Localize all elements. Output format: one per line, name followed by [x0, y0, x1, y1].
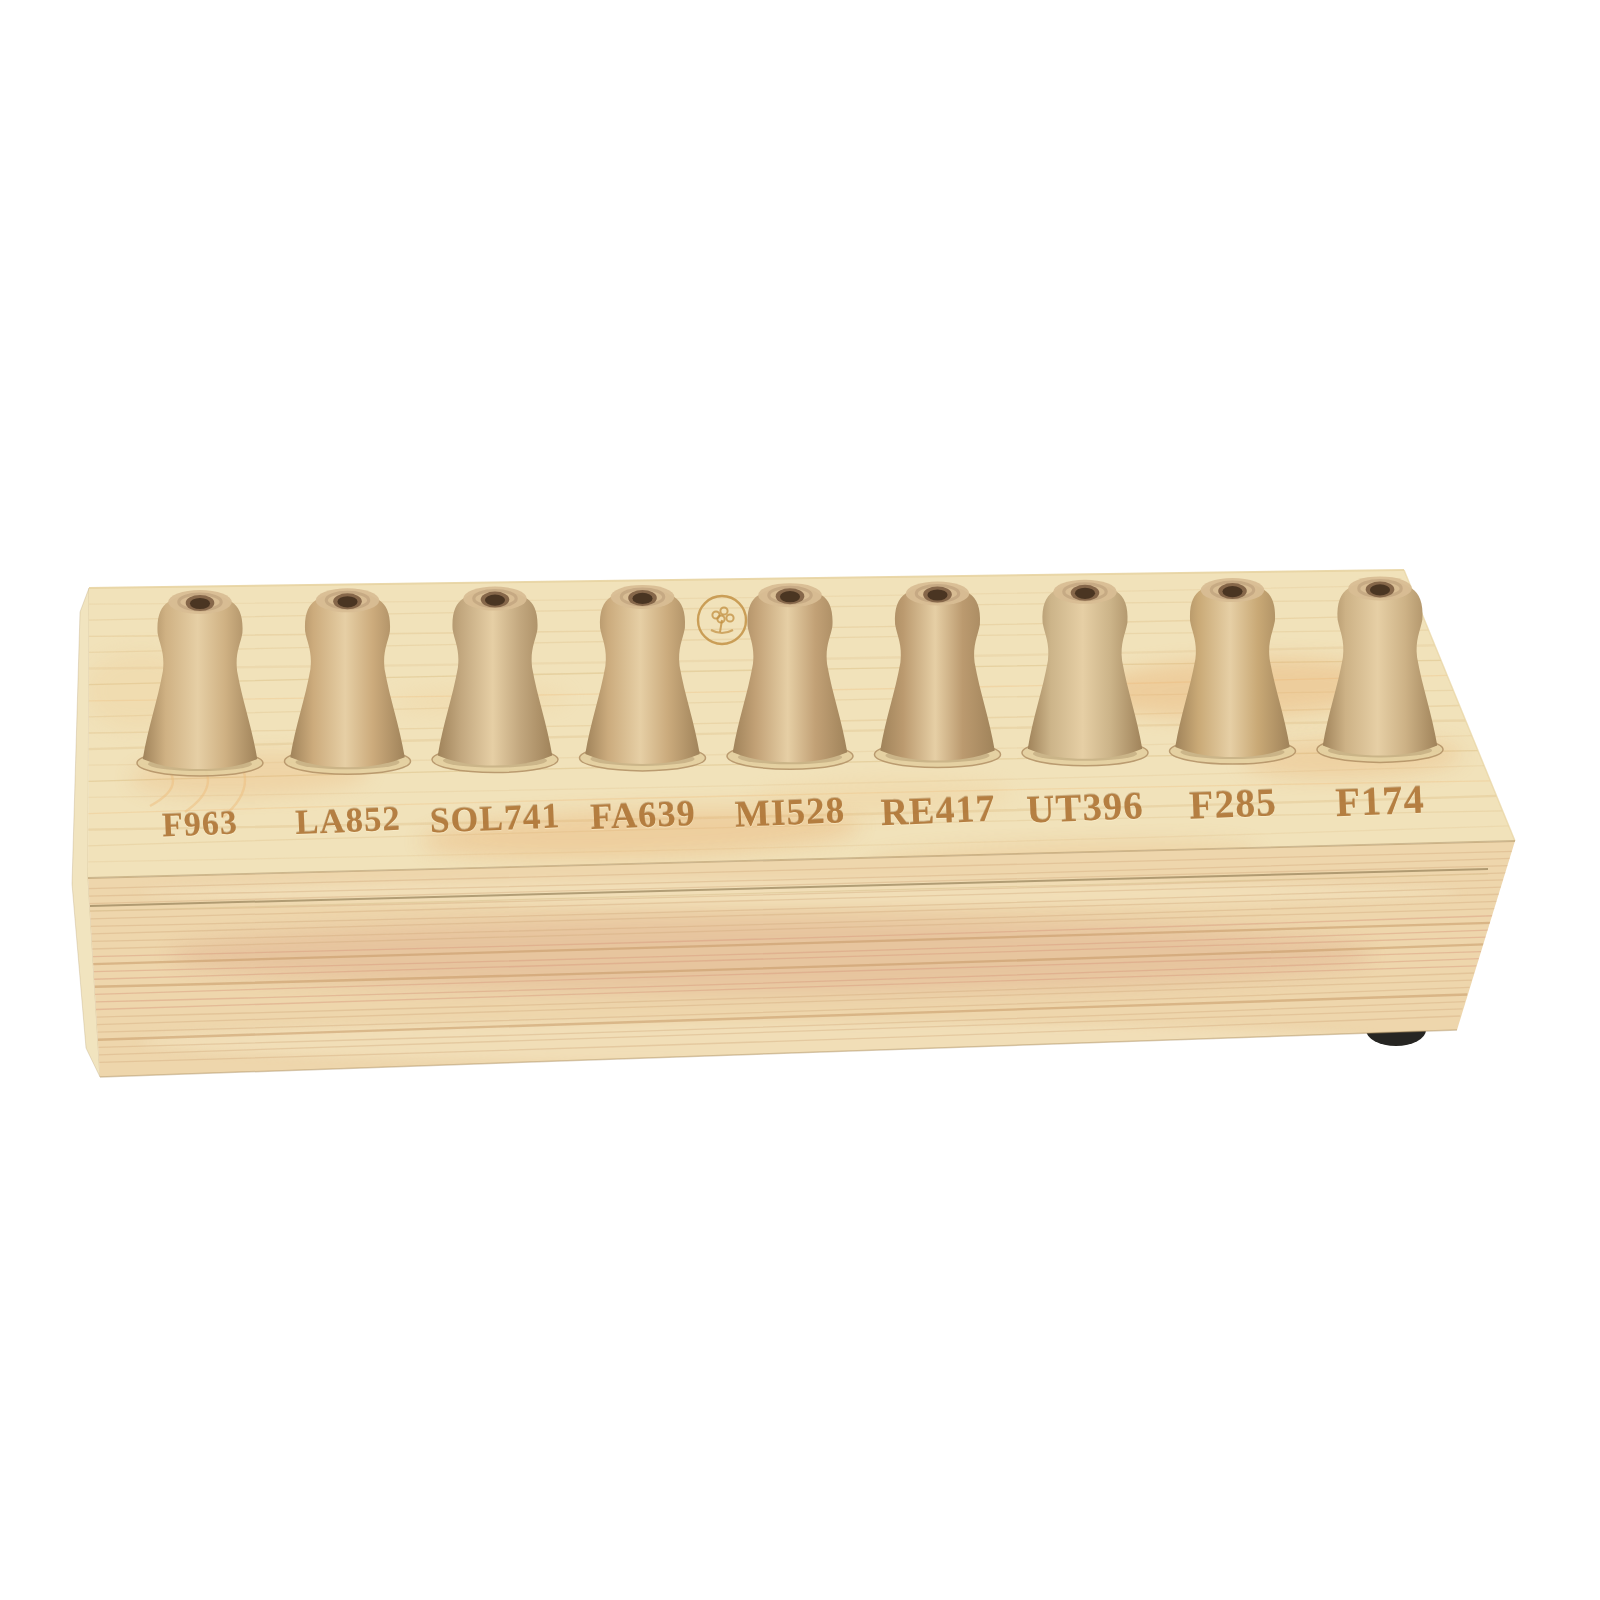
peg-row [137, 576, 1443, 776]
front-face [88, 841, 1515, 1077]
wooden-peg-stand-scene [0, 0, 1600, 1600]
product-photo: F963 LA852 SOL741 FA639 MI528 RE417 UT39… [0, 0, 1600, 1600]
